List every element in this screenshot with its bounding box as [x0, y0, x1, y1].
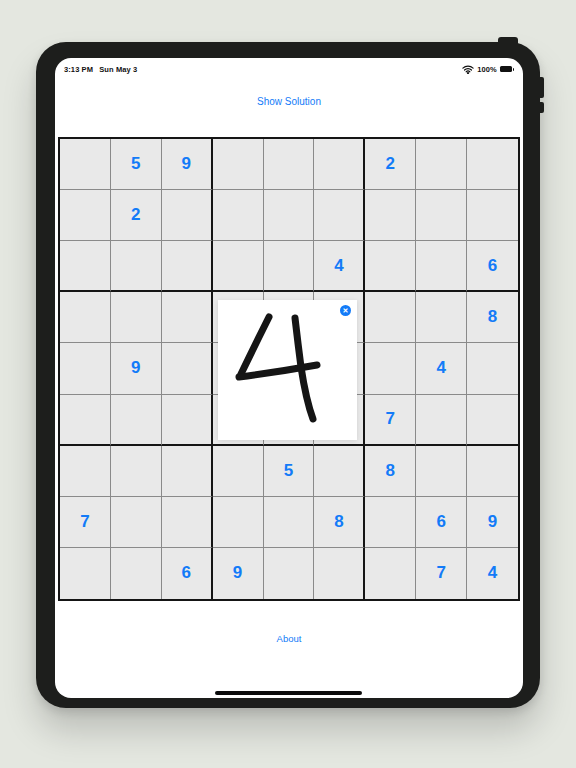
status-date: Sun May 3 [99, 65, 137, 74]
cell-r6c3[interactable] [162, 395, 213, 446]
cell-r1c6[interactable] [314, 139, 365, 190]
cell-r7c4[interactable] [213, 446, 264, 497]
cell-r7c3[interactable] [162, 446, 213, 497]
cell-r1c9[interactable] [467, 139, 518, 190]
cell-r2c7[interactable] [365, 190, 416, 241]
cell-r4c2[interactable] [111, 292, 162, 343]
cell-r2c3[interactable] [162, 190, 213, 241]
cell-r5c3[interactable] [162, 343, 213, 394]
cell-r3c1[interactable] [60, 241, 111, 292]
cell-r1c1[interactable] [60, 139, 111, 190]
cell-r7c1[interactable] [60, 446, 111, 497]
handwriting-input-popup[interactable]: ✕ [218, 300, 357, 440]
cell-r7c7[interactable]: 8 [365, 446, 416, 497]
cell-r1c2[interactable]: 5 [111, 139, 162, 190]
cell-r9c1[interactable] [60, 548, 111, 599]
cell-r6c8[interactable] [416, 395, 467, 446]
volume-up-button [539, 77, 544, 98]
cell-r5c9[interactable] [467, 343, 518, 394]
power-button [498, 37, 518, 47]
cell-r3c3[interactable] [162, 241, 213, 292]
cell-r7c9[interactable] [467, 446, 518, 497]
cell-r5c2[interactable]: 9 [111, 343, 162, 394]
cell-r4c8[interactable] [416, 292, 467, 343]
cell-r8c5[interactable] [264, 497, 315, 548]
cell-r5c8[interactable]: 4 [416, 343, 467, 394]
cell-r1c3[interactable]: 9 [162, 139, 213, 190]
cell-r8c1[interactable]: 7 [60, 497, 111, 548]
cell-r3c8[interactable] [416, 241, 467, 292]
cell-r2c8[interactable] [416, 190, 467, 241]
cell-r8c4[interactable] [213, 497, 264, 548]
battery-icon [500, 66, 514, 72]
cell-r1c5[interactable] [264, 139, 315, 190]
cell-r1c4[interactable] [213, 139, 264, 190]
ipad-screen: 3:13 PM Sun May 3 100% Show So [55, 58, 523, 698]
cell-r8c6[interactable]: 8 [314, 497, 365, 548]
cell-r9c6[interactable] [314, 548, 365, 599]
cell-r7c8[interactable] [416, 446, 467, 497]
wifi-icon [462, 65, 474, 74]
cell-r9c3[interactable]: 6 [162, 548, 213, 599]
cell-r2c5[interactable] [264, 190, 315, 241]
show-solution-button[interactable]: Show Solution [55, 96, 523, 107]
cell-r9c7[interactable] [365, 548, 416, 599]
cell-r7c6[interactable] [314, 446, 365, 497]
cell-r9c9[interactable]: 4 [467, 548, 518, 599]
cell-r7c5[interactable]: 5 [264, 446, 315, 497]
cell-r9c5[interactable] [264, 548, 315, 599]
cell-r3c2[interactable] [111, 241, 162, 292]
cell-r6c2[interactable] [111, 395, 162, 446]
status-bar: 3:13 PM Sun May 3 100% [55, 58, 523, 76]
cell-r8c2[interactable] [111, 497, 162, 548]
cell-r4c3[interactable] [162, 292, 213, 343]
cell-r5c1[interactable] [60, 343, 111, 394]
cell-r2c1[interactable] [60, 190, 111, 241]
cell-r3c4[interactable] [213, 241, 264, 292]
cell-r8c9[interactable]: 9 [467, 497, 518, 548]
cell-r8c8[interactable]: 6 [416, 497, 467, 548]
cell-r2c2[interactable]: 2 [111, 190, 162, 241]
cell-r2c6[interactable] [314, 190, 365, 241]
cell-r8c7[interactable] [365, 497, 416, 548]
status-left: 3:13 PM Sun May 3 [64, 65, 141, 74]
cell-r2c9[interactable] [467, 190, 518, 241]
cell-r3c6[interactable]: 4 [314, 241, 365, 292]
about-button[interactable]: About [55, 633, 523, 644]
cell-r6c9[interactable] [467, 395, 518, 446]
cell-r4c9[interactable]: 8 [467, 292, 518, 343]
cell-r9c4[interactable]: 9 [213, 548, 264, 599]
cell-r9c2[interactable] [111, 548, 162, 599]
cell-r2c4[interactable] [213, 190, 264, 241]
cell-r6c1[interactable] [60, 395, 111, 446]
cell-r4c7[interactable] [365, 292, 416, 343]
cell-r8c3[interactable] [162, 497, 213, 548]
page-background: 3:13 PM Sun May 3 100% Show So [0, 0, 576, 768]
cell-r9c8[interactable]: 7 [416, 548, 467, 599]
status-right: 100% [462, 65, 514, 74]
ipad-frame: 3:13 PM Sun May 3 100% Show So [36, 42, 540, 708]
volume-down-button [539, 102, 544, 113]
cell-r5c7[interactable] [365, 343, 416, 394]
cell-r1c7[interactable]: 2 [365, 139, 416, 190]
close-icon[interactable]: ✕ [340, 305, 351, 316]
status-time: 3:13 PM [64, 65, 93, 74]
cell-r3c9[interactable]: 6 [467, 241, 518, 292]
cell-r4c1[interactable] [60, 292, 111, 343]
battery-percent: 100% [477, 65, 497, 74]
cell-r1c8[interactable] [416, 139, 467, 190]
cell-r7c2[interactable] [111, 446, 162, 497]
cell-r3c5[interactable] [264, 241, 315, 292]
cell-r3c7[interactable] [365, 241, 416, 292]
home-indicator[interactable] [215, 691, 362, 695]
cell-r6c7[interactable]: 7 [365, 395, 416, 446]
handwritten-digit-stroke [218, 300, 357, 440]
